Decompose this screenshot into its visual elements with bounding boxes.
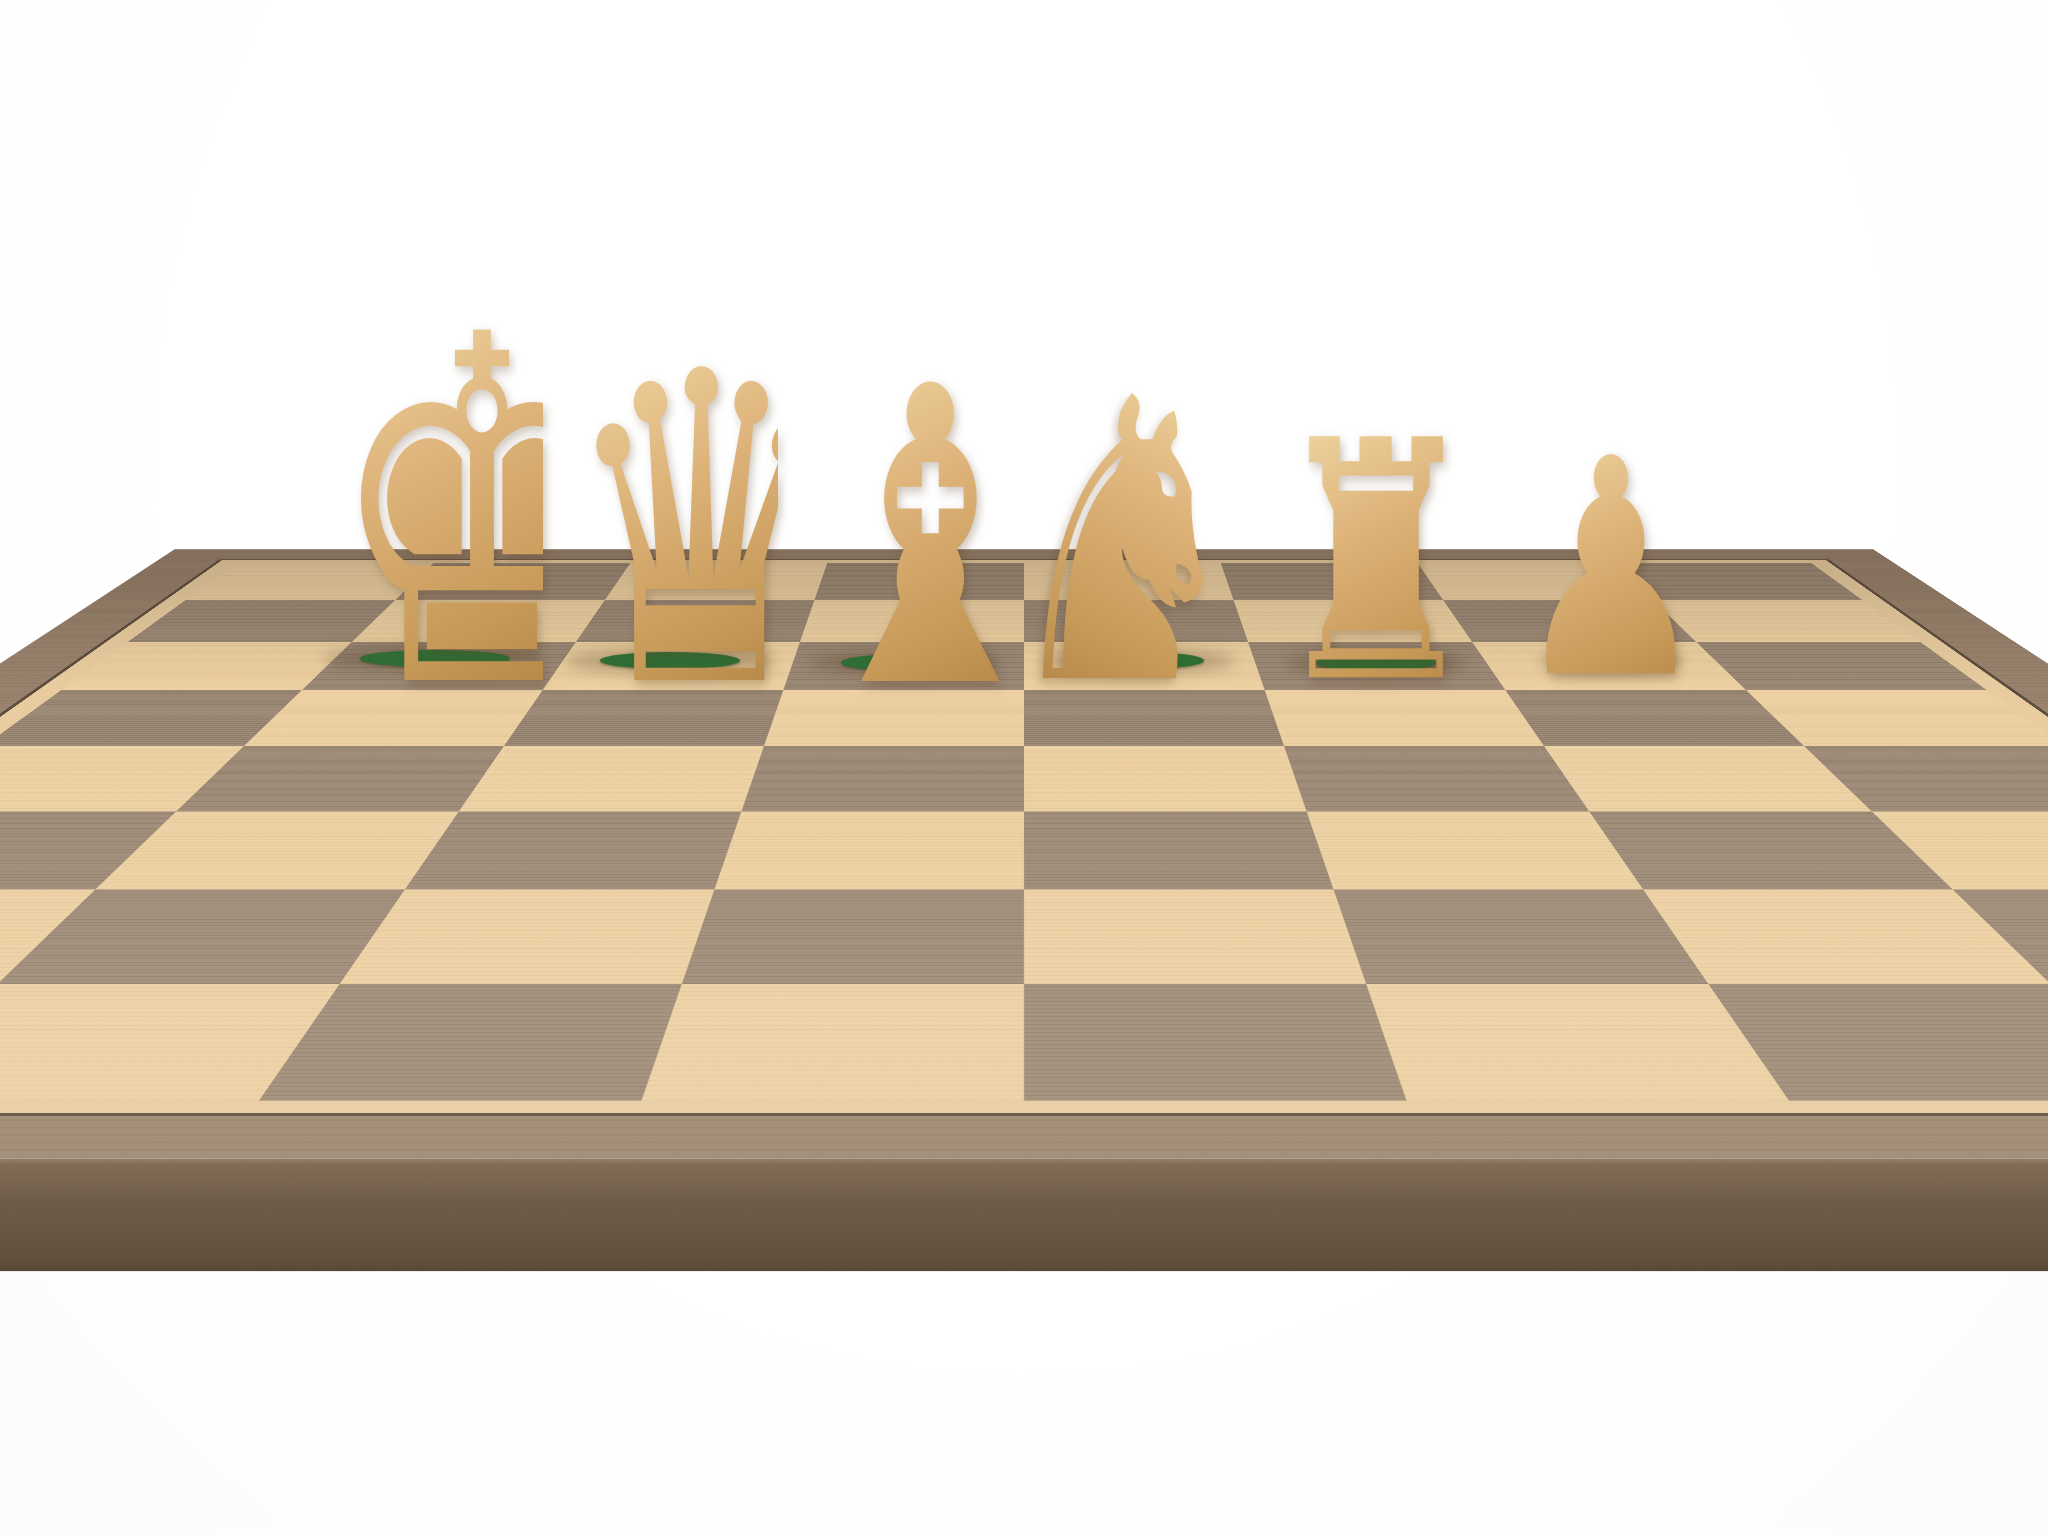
square-f4[interactable] bbox=[1284, 746, 1589, 811]
chess-board-photo: ♚♛♝♞♜♟ bbox=[0, 0, 2048, 1535]
board-front-edge bbox=[0, 1159, 2048, 1272]
piece-white-pawn[interactable]: ♟ bbox=[1461, 420, 1761, 720]
square-e3[interactable] bbox=[1024, 811, 1334, 889]
king-glyph: ♚ bbox=[327, 274, 543, 754]
square-b1[interactable] bbox=[0, 984, 340, 1101]
square-a2[interactable] bbox=[0, 889, 95, 983]
knight-glyph: ♞ bbox=[1033, 348, 1249, 738]
square-g1[interactable] bbox=[1708, 984, 2048, 1101]
square-e2[interactable] bbox=[1024, 889, 1366, 983]
square-d2[interactable] bbox=[682, 889, 1024, 983]
pawn-glyph: ♟ bbox=[1503, 420, 1719, 720]
square-c2[interactable] bbox=[340, 889, 715, 983]
bishop-glyph: ♝ bbox=[798, 334, 1014, 744]
queen-glyph: ♛ bbox=[562, 316, 778, 746]
square-f3[interactable] bbox=[1307, 811, 1643, 889]
square-b2[interactable] bbox=[0, 889, 405, 983]
square-d1[interactable] bbox=[642, 984, 1024, 1101]
square-a3[interactable] bbox=[0, 811, 176, 889]
square-g2[interactable] bbox=[1643, 889, 2048, 983]
square-c3[interactable] bbox=[405, 811, 741, 889]
square-g4[interactable] bbox=[1544, 746, 1872, 811]
square-d3[interactable] bbox=[714, 811, 1024, 889]
square-e1[interactable] bbox=[1024, 984, 1406, 1101]
square-f1[interactable] bbox=[1366, 984, 1789, 1101]
square-h3[interactable] bbox=[1872, 811, 2048, 889]
square-b3[interactable] bbox=[95, 811, 458, 889]
square-c1[interactable] bbox=[259, 984, 682, 1101]
square-g3[interactable] bbox=[1589, 811, 1952, 889]
rook-glyph: ♜ bbox=[1268, 398, 1484, 728]
square-a4[interactable] bbox=[0, 746, 244, 811]
square-f2[interactable] bbox=[1334, 889, 1709, 983]
square-h4[interactable] bbox=[1804, 746, 2048, 811]
square-h2[interactable] bbox=[1953, 889, 2048, 983]
